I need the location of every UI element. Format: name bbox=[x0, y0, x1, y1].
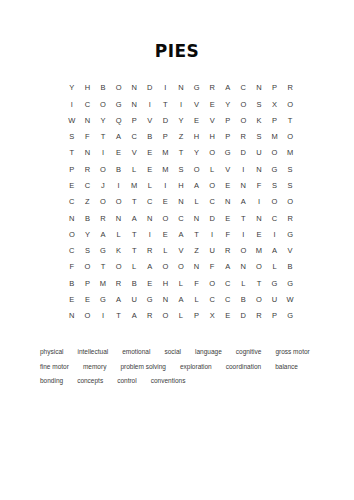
grid-cell: E bbox=[64, 178, 80, 194]
grid-cell: I bbox=[158, 178, 174, 194]
grid-cell: G bbox=[267, 275, 283, 291]
grid-cell: V bbox=[126, 145, 142, 161]
grid-cell: O bbox=[236, 243, 252, 259]
grid-cell: G bbox=[142, 291, 158, 307]
grid-cell: L bbox=[126, 161, 142, 177]
grid-cell: N bbox=[220, 194, 236, 210]
grid-cell: O bbox=[111, 194, 127, 210]
grid-cell: A bbox=[236, 194, 252, 210]
grid-cell: Z bbox=[80, 194, 96, 210]
grid-cell: L bbox=[142, 178, 158, 194]
grid-cell: O bbox=[189, 161, 205, 177]
grid-cell: C bbox=[204, 291, 220, 307]
grid-cell: Z bbox=[189, 243, 205, 259]
grid-cell: T bbox=[251, 275, 267, 291]
grid-cell: A bbox=[111, 291, 127, 307]
grid-cell: B bbox=[111, 161, 127, 177]
grid-cell: L bbox=[126, 259, 142, 275]
word-list-item: bonding bbox=[40, 377, 63, 384]
grid-cell: I bbox=[204, 226, 220, 242]
word-list-item: physical bbox=[40, 348, 63, 355]
grid-cell: E bbox=[142, 275, 158, 291]
word-list-item: fine motor bbox=[40, 363, 69, 370]
grid-cell: T bbox=[126, 194, 142, 210]
grid-cell: L bbox=[204, 161, 220, 177]
word-list-item: intellectual bbox=[77, 348, 108, 355]
grid-cell: S bbox=[251, 129, 267, 145]
grid-cell: C bbox=[220, 275, 236, 291]
grid-cell: J bbox=[95, 178, 111, 194]
grid-cell: M bbox=[282, 145, 298, 161]
grid-cell: L bbox=[173, 275, 189, 291]
grid-cell: I bbox=[111, 178, 127, 194]
grid-cell: M bbox=[158, 145, 174, 161]
grid-cell: T bbox=[126, 243, 142, 259]
grid-cell: G bbox=[220, 145, 236, 161]
grid-cell: H bbox=[158, 275, 174, 291]
grid-cell: N bbox=[158, 291, 174, 307]
grid-cell: T bbox=[189, 226, 205, 242]
grid-cell: C bbox=[236, 80, 252, 96]
grid-cell: E bbox=[220, 178, 236, 194]
word-list: physicalintellectualemotionalsociallangu… bbox=[40, 348, 340, 392]
grid-cell: N bbox=[126, 96, 142, 112]
grid-cell: G bbox=[282, 226, 298, 242]
grid-cell: H bbox=[189, 129, 205, 145]
grid-cell: P bbox=[80, 275, 96, 291]
puzzle-title: PIES bbox=[0, 41, 354, 61]
grid-cell: A bbox=[220, 80, 236, 96]
grid-cell: Y bbox=[220, 96, 236, 112]
grid-cell: E bbox=[251, 226, 267, 242]
grid-cell: K bbox=[111, 243, 127, 259]
grid-cell: T bbox=[95, 259, 111, 275]
grid-cell: O bbox=[111, 259, 127, 275]
word-list-item: balance bbox=[275, 363, 298, 370]
grid-cell: S bbox=[173, 161, 189, 177]
grid-cell: Y bbox=[64, 80, 80, 96]
grid-cell: A bbox=[95, 226, 111, 242]
grid-cell: V bbox=[204, 113, 220, 129]
grid-cell: N bbox=[64, 210, 80, 226]
worksheet-page: PIES YHBONDINGRACNPRICOGNITIVEYOSXOWNYQP… bbox=[0, 0, 354, 500]
grid-cell: T bbox=[126, 226, 142, 242]
grid-cell: V bbox=[220, 161, 236, 177]
grid-cell: L bbox=[267, 259, 283, 275]
grid-cell: U bbox=[267, 291, 283, 307]
grid-cell: R bbox=[204, 80, 220, 96]
grid-cell: P bbox=[220, 129, 236, 145]
grid-cell: A bbox=[173, 226, 189, 242]
grid-cell: C bbox=[80, 96, 96, 112]
grid-cell: I bbox=[95, 145, 111, 161]
grid-cell: K bbox=[251, 113, 267, 129]
grid-cell: O bbox=[173, 259, 189, 275]
grid-cell: S bbox=[64, 129, 80, 145]
grid-cell: B bbox=[236, 291, 252, 307]
grid-cell: G bbox=[267, 161, 283, 177]
grid-cell: C bbox=[126, 129, 142, 145]
word-list-line: fine motormemoryproblem solvingexplorati… bbox=[40, 363, 340, 370]
grid-cell: E bbox=[80, 291, 96, 307]
grid-cell: Y bbox=[173, 113, 189, 129]
grid-cell: E bbox=[142, 161, 158, 177]
grid-cell: T bbox=[158, 96, 174, 112]
grid-cell: L bbox=[189, 194, 205, 210]
grid-cell: N bbox=[251, 210, 267, 226]
grid-cell: P bbox=[64, 161, 80, 177]
grid-cell: N bbox=[189, 210, 205, 226]
grid-cell: O bbox=[236, 113, 252, 129]
grid-cell: G bbox=[111, 96, 127, 112]
word-list-item: social bbox=[164, 348, 181, 355]
grid-cell: I bbox=[95, 308, 111, 324]
word-list-item: cognitive bbox=[236, 348, 262, 355]
grid-cell: C bbox=[142, 194, 158, 210]
grid-cell: S bbox=[251, 96, 267, 112]
grid-cell: I bbox=[64, 96, 80, 112]
grid-cell: N bbox=[251, 161, 267, 177]
grid-cell: R bbox=[95, 210, 111, 226]
grid-cell: A bbox=[189, 178, 205, 194]
grid-cell: E bbox=[158, 226, 174, 242]
grid-cell: N bbox=[236, 259, 252, 275]
grid-cell: O bbox=[267, 194, 283, 210]
grid-cell: G bbox=[282, 308, 298, 324]
grid-cell: N bbox=[251, 80, 267, 96]
word-list-line: physicalintellectualemotionalsociallangu… bbox=[40, 348, 340, 355]
grid-cell: R bbox=[220, 243, 236, 259]
grid-cell: O bbox=[95, 96, 111, 112]
grid-cell: B bbox=[126, 275, 142, 291]
grid-cell: L bbox=[189, 291, 205, 307]
grid-cell: G bbox=[95, 243, 111, 259]
grid-cell: X bbox=[204, 308, 220, 324]
grid-cell: L bbox=[173, 308, 189, 324]
word-list-item: coordination bbox=[226, 363, 261, 370]
grid-cell: U bbox=[251, 145, 267, 161]
grid-cell: C bbox=[64, 194, 80, 210]
grid-cell: N bbox=[189, 259, 205, 275]
word-list-item: gross motor bbox=[275, 348, 309, 355]
grid-cell: R bbox=[282, 210, 298, 226]
grid-cell: F bbox=[220, 226, 236, 242]
grid-cell: D bbox=[236, 145, 252, 161]
grid-cell: F bbox=[204, 259, 220, 275]
grid-cell: M bbox=[158, 161, 174, 177]
grid-cell: D bbox=[204, 210, 220, 226]
grid-cell: S bbox=[267, 178, 283, 194]
grid-cell: D bbox=[158, 113, 174, 129]
grid-cell: P bbox=[220, 113, 236, 129]
grid-cell: L bbox=[236, 275, 252, 291]
grid-cell: O bbox=[158, 259, 174, 275]
grid-cell: N bbox=[80, 145, 96, 161]
grid-cell: F bbox=[251, 178, 267, 194]
grid-cell: E bbox=[204, 96, 220, 112]
grid-cell: X bbox=[267, 96, 283, 112]
grid-cell: R bbox=[236, 129, 252, 145]
grid-cell: M bbox=[267, 129, 283, 145]
grid-cell: E bbox=[220, 210, 236, 226]
grid-cell: I bbox=[236, 161, 252, 177]
grid-cell: P bbox=[158, 129, 174, 145]
grid-cell: O bbox=[95, 161, 111, 177]
grid-cell: I bbox=[158, 80, 174, 96]
grid-cell: L bbox=[158, 243, 174, 259]
grid-cell: S bbox=[282, 178, 298, 194]
grid-cell: I bbox=[267, 226, 283, 242]
grid-cell: T bbox=[64, 145, 80, 161]
grid-cell: Y bbox=[80, 226, 96, 242]
grid-cell: O bbox=[267, 145, 283, 161]
grid-cell: B bbox=[95, 80, 111, 96]
grid-cell: O bbox=[251, 291, 267, 307]
grid-cell: M bbox=[251, 243, 267, 259]
grid-cell: O bbox=[204, 145, 220, 161]
grid-cell: F bbox=[64, 259, 80, 275]
grid-cell: C bbox=[204, 194, 220, 210]
grid-cell: T bbox=[173, 145, 189, 161]
grid-cell: C bbox=[64, 243, 80, 259]
grid-cell: O bbox=[282, 129, 298, 145]
grid-cell: A bbox=[126, 210, 142, 226]
word-list-item: emotional bbox=[122, 348, 150, 355]
grid-cell: B bbox=[64, 275, 80, 291]
grid-cell: T bbox=[95, 129, 111, 145]
grid-cell: P bbox=[267, 113, 283, 129]
grid-cell: D bbox=[236, 308, 252, 324]
grid-cell: Z bbox=[173, 129, 189, 145]
grid-cell: O bbox=[80, 308, 96, 324]
grid-cell: N bbox=[173, 80, 189, 96]
grid-cell: A bbox=[173, 291, 189, 307]
grid-cell: R bbox=[80, 161, 96, 177]
grid-cell: V bbox=[282, 243, 298, 259]
grid-cell: O bbox=[282, 194, 298, 210]
grid-cell: I bbox=[173, 96, 189, 112]
word-list-item: conventions bbox=[151, 377, 186, 384]
grid-cell: O bbox=[236, 96, 252, 112]
word-list-item: concepts bbox=[77, 377, 103, 384]
grid-cell: Q bbox=[111, 113, 127, 129]
grid-cell: G bbox=[282, 275, 298, 291]
grid-cell: O bbox=[64, 226, 80, 242]
grid-cell: B bbox=[142, 129, 158, 145]
grid-cell: Y bbox=[189, 145, 205, 161]
grid-cell: O bbox=[80, 259, 96, 275]
grid-cell: A bbox=[267, 243, 283, 259]
grid-cell: F bbox=[189, 275, 205, 291]
grid-cell: N bbox=[126, 80, 142, 96]
grid-cell: A bbox=[220, 259, 236, 275]
grid-cell: R bbox=[282, 80, 298, 96]
grid-cell: E bbox=[142, 145, 158, 161]
grid-cell: P bbox=[126, 113, 142, 129]
word-list-item: problem solving bbox=[120, 363, 166, 370]
grid-cell: C bbox=[220, 291, 236, 307]
grid-cell: E bbox=[158, 194, 174, 210]
grid-cell: D bbox=[142, 80, 158, 96]
word-search-grid: YHBONDINGRACNPRICOGNITIVEYOSXOWNYQPVDYEV… bbox=[64, 80, 298, 324]
grid-cell: O bbox=[158, 308, 174, 324]
grid-cell: N bbox=[80, 113, 96, 129]
grid-cell: S bbox=[282, 161, 298, 177]
grid-cell: T bbox=[236, 210, 252, 226]
grid-cell: O bbox=[251, 259, 267, 275]
grid-cell: O bbox=[111, 80, 127, 96]
grid-cell: F bbox=[80, 129, 96, 145]
grid-cell: H bbox=[80, 80, 96, 96]
grid-cell: L bbox=[111, 226, 127, 242]
word-list-item: control bbox=[117, 377, 137, 384]
grid-cell: R bbox=[142, 308, 158, 324]
grid-cell: O bbox=[158, 210, 174, 226]
grid-cell: W bbox=[64, 113, 80, 129]
grid-cell: U bbox=[126, 291, 142, 307]
grid-cell: O bbox=[95, 194, 111, 210]
grid-cell: B bbox=[282, 259, 298, 275]
grid-cell: T bbox=[282, 113, 298, 129]
grid-cell: C bbox=[173, 210, 189, 226]
grid-cell: G bbox=[189, 80, 205, 96]
grid-cell: I bbox=[142, 96, 158, 112]
grid-cell: S bbox=[80, 243, 96, 259]
grid-cell: R bbox=[251, 308, 267, 324]
grid-cell: E bbox=[64, 291, 80, 307]
grid-cell: N bbox=[111, 210, 127, 226]
grid-cell: I bbox=[236, 226, 252, 242]
grid-cell: W bbox=[282, 291, 298, 307]
grid-cell: V bbox=[142, 113, 158, 129]
grid-cell: U bbox=[204, 243, 220, 259]
grid-cell: P bbox=[189, 308, 205, 324]
grid-cell: A bbox=[126, 308, 142, 324]
grid-cell: I bbox=[142, 226, 158, 242]
word-list-line: bondingconceptscontrolconventions bbox=[40, 377, 340, 384]
grid-cell: R bbox=[111, 275, 127, 291]
grid-cell: V bbox=[173, 243, 189, 259]
grid-cell: P bbox=[267, 80, 283, 96]
grid-cell: G bbox=[95, 291, 111, 307]
word-list-item: memory bbox=[83, 363, 106, 370]
grid-cell: C bbox=[80, 178, 96, 194]
grid-cell: A bbox=[111, 129, 127, 145]
grid-cell: I bbox=[251, 194, 267, 210]
grid-cell: N bbox=[173, 194, 189, 210]
grid-cell: Y bbox=[95, 113, 111, 129]
grid-cell: H bbox=[173, 178, 189, 194]
grid-cell: N bbox=[142, 210, 158, 226]
grid-cell: T bbox=[111, 308, 127, 324]
grid-cell: B bbox=[80, 210, 96, 226]
grid-cell: H bbox=[204, 129, 220, 145]
grid-cell: O bbox=[282, 96, 298, 112]
grid-cell: A bbox=[142, 259, 158, 275]
grid-cell: O bbox=[204, 275, 220, 291]
grid-cell: N bbox=[64, 308, 80, 324]
grid-cell: E bbox=[111, 145, 127, 161]
word-list-item: exploration bbox=[180, 363, 212, 370]
grid-cell: C bbox=[267, 210, 283, 226]
grid-cell: E bbox=[189, 113, 205, 129]
grid-cell: P bbox=[267, 308, 283, 324]
grid-cell: O bbox=[204, 178, 220, 194]
grid-cell: M bbox=[126, 178, 142, 194]
grid-cell: R bbox=[142, 243, 158, 259]
grid-cell: E bbox=[220, 308, 236, 324]
grid-cell: M bbox=[95, 275, 111, 291]
word-list-item: language bbox=[195, 348, 222, 355]
grid-cell: V bbox=[189, 96, 205, 112]
grid-cell: N bbox=[236, 178, 252, 194]
